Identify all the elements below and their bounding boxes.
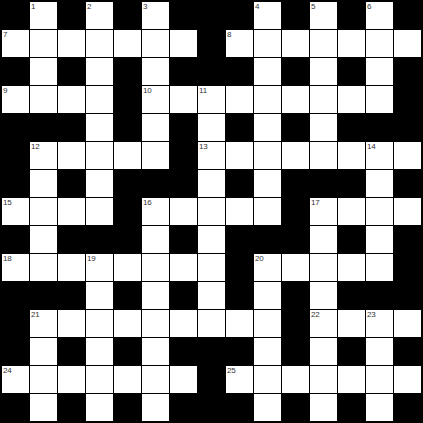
black-cell-r2-c6 — [170, 58, 197, 85]
black-cell-r10-c2 — [58, 282, 85, 309]
white-cell-r0-c13[interactable]: 6 — [366, 2, 393, 29]
white-cell-r13-c3[interactable] — [86, 366, 113, 393]
white-cell-r9-c13[interactable] — [366, 254, 393, 281]
black-cell-r12-c2 — [58, 338, 85, 365]
black-cell-r0-c10 — [282, 2, 309, 29]
white-cell-r9-c3[interactable]: 19 — [86, 254, 113, 281]
white-cell-r1-c6[interactable] — [170, 30, 197, 57]
white-cell-r2-c13[interactable] — [366, 58, 393, 85]
black-cell-r10-c1 — [30, 282, 57, 309]
white-cell-r1-c3[interactable] — [86, 30, 113, 57]
white-cell-r11-c13[interactable]: 23 — [366, 310, 393, 337]
black-cell-r6-c10 — [282, 170, 309, 197]
white-cell-r11-c2[interactable] — [58, 310, 85, 337]
white-cell-r7-c6[interactable] — [170, 198, 197, 225]
white-cell-r5-c11[interactable] — [310, 142, 337, 169]
white-cell-r5-c2[interactable] — [58, 142, 85, 169]
black-cell-r2-c7 — [198, 58, 225, 85]
black-cell-r4-c6 — [170, 114, 197, 141]
white-cell-r9-c0[interactable]: 18 — [2, 254, 29, 281]
black-cell-r8-c6 — [170, 226, 197, 253]
white-cell-r7-c12[interactable] — [338, 198, 365, 225]
black-cell-r0-c7 — [198, 2, 225, 29]
clue-number-21: 21 — [31, 310, 40, 319]
black-cell-r12-c0 — [2, 338, 29, 365]
white-cell-r8-c11[interactable] — [310, 226, 337, 253]
white-cell-r11-c1[interactable]: 21 — [30, 310, 57, 337]
clue-number-11: 11 — [199, 86, 207, 95]
black-cell-r8-c4 — [114, 226, 141, 253]
white-cell-r5-c13[interactable]: 14 — [366, 142, 393, 169]
black-cell-r8-c0 — [2, 226, 29, 253]
clue-number-7: 7 — [3, 30, 7, 39]
white-cell-r2-c11[interactable] — [310, 58, 337, 85]
white-cell-r0-c1[interactable]: 1 — [30, 2, 57, 29]
white-cell-r3-c8[interactable] — [226, 86, 253, 113]
white-cell-r1-c9[interactable] — [254, 30, 281, 57]
black-cell-r12-c6 — [170, 338, 197, 365]
white-cell-r1-c0[interactable]: 7 — [2, 30, 29, 57]
white-cell-r1-c2[interactable] — [58, 30, 85, 57]
black-cell-r6-c8 — [226, 170, 253, 197]
black-cell-r8-c2 — [58, 226, 85, 253]
white-cell-r14-c3[interactable] — [86, 394, 113, 421]
white-cell-r2-c9[interactable] — [254, 58, 281, 85]
white-cell-r7-c5[interactable]: 16 — [142, 198, 169, 225]
clue-number-17: 17 — [311, 198, 320, 207]
white-cell-r10-c9[interactable] — [254, 282, 281, 309]
clue-number-2: 2 — [87, 2, 91, 11]
white-cell-r11-c12[interactable] — [338, 310, 365, 337]
white-cell-r3-c0[interactable]: 9 — [2, 86, 29, 113]
white-cell-r0-c5[interactable]: 3 — [142, 2, 169, 29]
white-cell-r12-c11[interactable] — [310, 338, 337, 365]
black-cell-r5-c6 — [170, 142, 197, 169]
white-cell-r2-c3[interactable] — [86, 58, 113, 85]
black-cell-r4-c1 — [30, 114, 57, 141]
black-cell-r3-c4 — [114, 86, 141, 113]
white-cell-r7-c14[interactable] — [394, 198, 421, 225]
white-cell-r1-c14[interactable] — [394, 30, 421, 57]
white-cell-r7-c13[interactable] — [366, 198, 393, 225]
clue-number-13: 13 — [199, 142, 208, 151]
white-cell-r7-c9[interactable] — [254, 198, 281, 225]
white-cell-r13-c14[interactable] — [394, 366, 421, 393]
white-cell-r9-c4[interactable] — [114, 254, 141, 281]
black-cell-r14-c14 — [394, 394, 421, 421]
white-cell-r7-c3[interactable] — [86, 198, 113, 225]
black-cell-r6-c14 — [394, 170, 421, 197]
white-cell-r13-c10[interactable] — [282, 366, 309, 393]
white-cell-r10-c3[interactable] — [86, 282, 113, 309]
black-cell-r2-c12 — [338, 58, 365, 85]
white-cell-r9-c12[interactable] — [338, 254, 365, 281]
crossword-grid: 1234567891011121314151617181920212223242… — [0, 0, 423, 423]
clue-number-22: 22 — [311, 310, 320, 319]
white-cell-r13-c4[interactable] — [114, 366, 141, 393]
black-cell-r12-c7 — [198, 338, 225, 365]
black-cell-r11-c10 — [282, 310, 309, 337]
white-cell-r6-c9[interactable] — [254, 170, 281, 197]
white-cell-r13-c6[interactable] — [170, 366, 197, 393]
clue-number-6: 6 — [367, 2, 371, 11]
white-cell-r13-c1[interactable] — [30, 366, 57, 393]
black-cell-r11-c0 — [2, 310, 29, 337]
black-cell-r14-c6 — [170, 394, 197, 421]
white-cell-r3-c10[interactable] — [282, 86, 309, 113]
white-cell-r12-c3[interactable] — [86, 338, 113, 365]
white-cell-r14-c1[interactable] — [30, 394, 57, 421]
clue-number-10: 10 — [143, 86, 152, 95]
clue-number-1: 1 — [31, 2, 35, 11]
white-cell-r5-c3[interactable] — [86, 142, 113, 169]
clue-number-23: 23 — [367, 310, 376, 319]
black-cell-r14-c4 — [114, 394, 141, 421]
black-cell-r2-c10 — [282, 58, 309, 85]
white-cell-r1-c13[interactable] — [366, 30, 393, 57]
white-cell-r5-c4[interactable] — [114, 142, 141, 169]
white-cell-r0-c11[interactable]: 5 — [310, 2, 337, 29]
clue-number-14: 14 — [367, 142, 376, 151]
white-cell-r11-c4[interactable] — [114, 310, 141, 337]
white-cell-r6-c13[interactable] — [366, 170, 393, 197]
black-cell-r4-c12 — [338, 114, 365, 141]
white-cell-r7-c2[interactable] — [58, 198, 85, 225]
black-cell-r14-c12 — [338, 394, 365, 421]
black-cell-r14-c0 — [2, 394, 29, 421]
clue-number-19: 19 — [87, 254, 96, 263]
black-cell-r10-c13 — [366, 282, 393, 309]
white-cell-r13-c0[interactable]: 24 — [2, 366, 29, 393]
white-cell-r12-c5[interactable] — [142, 338, 169, 365]
white-cell-r11-c9[interactable] — [254, 310, 281, 337]
white-cell-r9-c1[interactable] — [30, 254, 57, 281]
black-cell-r14-c8 — [226, 394, 253, 421]
black-cell-r8-c9 — [254, 226, 281, 253]
black-cell-r7-c4 — [114, 198, 141, 225]
black-cell-r6-c11 — [310, 170, 337, 197]
white-cell-r5-c7[interactable]: 13 — [198, 142, 225, 169]
clue-number-24: 24 — [3, 366, 12, 375]
white-cell-r3-c3[interactable] — [86, 86, 113, 113]
black-cell-r6-c2 — [58, 170, 85, 197]
white-cell-r4-c9[interactable] — [254, 114, 281, 141]
clue-number-16: 16 — [143, 198, 152, 207]
black-cell-r0-c14 — [394, 2, 421, 29]
white-cell-r1-c5[interactable] — [142, 30, 169, 57]
white-cell-r10-c7[interactable] — [198, 282, 225, 309]
white-cell-r11-c8[interactable] — [226, 310, 253, 337]
white-cell-r4-c7[interactable] — [198, 114, 225, 141]
white-cell-r5-c1[interactable]: 12 — [30, 142, 57, 169]
clue-number-15: 15 — [3, 198, 12, 207]
white-cell-r3-c5[interactable]: 10 — [142, 86, 169, 113]
white-cell-r9-c10[interactable] — [282, 254, 309, 281]
white-cell-r14-c9[interactable] — [254, 394, 281, 421]
white-cell-r7-c11[interactable]: 17 — [310, 198, 337, 225]
white-cell-r7-c8[interactable] — [226, 198, 253, 225]
black-cell-r14-c10 — [282, 394, 309, 421]
black-cell-r0-c0 — [2, 2, 29, 29]
black-cell-r6-c4 — [114, 170, 141, 197]
black-cell-r12-c14 — [394, 338, 421, 365]
black-cell-r10-c14 — [394, 282, 421, 309]
white-cell-r9-c2[interactable] — [58, 254, 85, 281]
white-cell-r1-c10[interactable] — [282, 30, 309, 57]
black-cell-r4-c14 — [394, 114, 421, 141]
white-cell-r3-c11[interactable] — [310, 86, 337, 113]
black-cell-r0-c6 — [170, 2, 197, 29]
white-cell-r4-c11[interactable] — [310, 114, 337, 141]
white-cell-r2-c1[interactable] — [30, 58, 57, 85]
white-cell-r7-c1[interactable] — [30, 198, 57, 225]
black-cell-r10-c6 — [170, 282, 197, 309]
crossword-page: 1234567891011121314151617181920212223242… — [0, 0, 423, 423]
white-cell-r13-c5[interactable] — [142, 366, 169, 393]
white-cell-r3-c13[interactable] — [366, 86, 393, 113]
black-cell-r1-c7 — [198, 30, 225, 57]
white-cell-r5-c5[interactable] — [142, 142, 169, 169]
black-cell-r12-c12 — [338, 338, 365, 365]
white-cell-r13-c13[interactable] — [366, 366, 393, 393]
black-cell-r9-c8 — [226, 254, 253, 281]
white-cell-r10-c5[interactable] — [142, 282, 169, 309]
white-cell-r9-c11[interactable] — [310, 254, 337, 281]
clue-number-4: 4 — [255, 2, 259, 11]
clue-number-5: 5 — [311, 2, 315, 11]
white-cell-r12-c9[interactable] — [254, 338, 281, 365]
white-cell-r11-c11[interactable]: 22 — [310, 310, 337, 337]
white-cell-r11-c6[interactable] — [170, 310, 197, 337]
white-cell-r1-c8[interactable]: 8 — [226, 30, 253, 57]
white-cell-r3-c1[interactable] — [30, 86, 57, 113]
white-cell-r6-c1[interactable] — [30, 170, 57, 197]
clue-number-18: 18 — [3, 254, 12, 263]
white-cell-r13-c2[interactable] — [58, 366, 85, 393]
black-cell-r10-c10 — [282, 282, 309, 309]
black-cell-r6-c0 — [2, 170, 29, 197]
white-cell-r4-c5[interactable] — [142, 114, 169, 141]
white-cell-r8-c1[interactable] — [30, 226, 57, 253]
white-cell-r10-c11[interactable] — [310, 282, 337, 309]
white-cell-r14-c13[interactable] — [366, 394, 393, 421]
white-cell-r9-c7[interactable] — [198, 254, 225, 281]
white-cell-r3-c2[interactable] — [58, 86, 85, 113]
white-cell-r14-c5[interactable] — [142, 394, 169, 421]
white-cell-r13-c12[interactable] — [338, 366, 365, 393]
white-cell-r1-c1[interactable] — [30, 30, 57, 57]
black-cell-r0-c8 — [226, 2, 253, 29]
clue-number-12: 12 — [31, 142, 40, 151]
white-cell-r6-c3[interactable] — [86, 170, 113, 197]
white-cell-r2-c5[interactable] — [142, 58, 169, 85]
black-cell-r12-c8 — [226, 338, 253, 365]
black-cell-r8-c14 — [394, 226, 421, 253]
white-cell-r5-c12[interactable] — [338, 142, 365, 169]
clue-number-25: 25 — [227, 366, 236, 375]
white-cell-r0-c9[interactable]: 4 — [254, 2, 281, 29]
black-cell-r2-c14 — [394, 58, 421, 85]
black-cell-r10-c0 — [2, 282, 29, 309]
white-cell-r9-c5[interactable] — [142, 254, 169, 281]
white-cell-r3-c9[interactable] — [254, 86, 281, 113]
white-cell-r8-c7[interactable] — [198, 226, 225, 253]
white-cell-r4-c3[interactable] — [86, 114, 113, 141]
white-cell-r5-c10[interactable] — [282, 142, 309, 169]
black-cell-r10-c12 — [338, 282, 365, 309]
white-cell-r9-c6[interactable] — [170, 254, 197, 281]
black-cell-r4-c8 — [226, 114, 253, 141]
clue-number-3: 3 — [143, 2, 147, 11]
white-cell-r12-c1[interactable] — [30, 338, 57, 365]
clue-number-8: 8 — [227, 30, 231, 39]
white-cell-r5-c8[interactable] — [226, 142, 253, 169]
white-cell-r1-c11[interactable] — [310, 30, 337, 57]
black-cell-r0-c12 — [338, 2, 365, 29]
black-cell-r14-c2 — [58, 394, 85, 421]
black-cell-r8-c12 — [338, 226, 365, 253]
black-cell-r4-c0 — [2, 114, 29, 141]
black-cell-r5-c0 — [2, 142, 29, 169]
white-cell-r1-c12[interactable] — [338, 30, 365, 57]
black-cell-r12-c4 — [114, 338, 141, 365]
black-cell-r12-c10 — [282, 338, 309, 365]
black-cell-r0-c2 — [58, 2, 85, 29]
black-cell-r10-c4 — [114, 282, 141, 309]
black-cell-r2-c2 — [58, 58, 85, 85]
white-cell-r9-c9[interactable]: 20 — [254, 254, 281, 281]
black-cell-r6-c6 — [170, 170, 197, 197]
white-cell-r5-c9[interactable] — [254, 142, 281, 169]
black-cell-r9-c14 — [394, 254, 421, 281]
black-cell-r8-c10 — [282, 226, 309, 253]
white-cell-r11-c3[interactable] — [86, 310, 113, 337]
white-cell-r12-c13[interactable] — [366, 338, 393, 365]
clue-number-20: 20 — [255, 254, 264, 263]
white-cell-r3-c7[interactable]: 11 — [198, 86, 225, 113]
white-cell-r1-c4[interactable] — [114, 30, 141, 57]
black-cell-r4-c10 — [282, 114, 309, 141]
white-cell-r14-c11[interactable] — [310, 394, 337, 421]
white-cell-r11-c14[interactable] — [394, 310, 421, 337]
white-cell-r3-c12[interactable] — [338, 86, 365, 113]
white-cell-r7-c7[interactable] — [198, 198, 225, 225]
clue-number-9: 9 — [3, 86, 7, 95]
black-cell-r8-c8 — [226, 226, 253, 253]
black-cell-r7-c10 — [282, 198, 309, 225]
black-cell-r4-c2 — [58, 114, 85, 141]
white-cell-r13-c9[interactable] — [254, 366, 281, 393]
white-cell-r13-c11[interactable] — [310, 366, 337, 393]
white-cell-r0-c3[interactable]: 2 — [86, 2, 113, 29]
black-cell-r10-c8 — [226, 282, 253, 309]
black-cell-r6-c5 — [142, 170, 169, 197]
white-cell-r5-c14[interactable] — [394, 142, 421, 169]
white-cell-r11-c7[interactable] — [198, 310, 225, 337]
black-cell-r3-c14 — [394, 86, 421, 113]
white-cell-r7-c0[interactable]: 15 — [2, 198, 29, 225]
black-cell-r0-c4 — [114, 2, 141, 29]
black-cell-r4-c4 — [114, 114, 141, 141]
black-cell-r6-c12 — [338, 170, 365, 197]
white-cell-r8-c13[interactable] — [366, 226, 393, 253]
white-cell-r13-c8[interactable]: 25 — [226, 366, 253, 393]
white-cell-r8-c5[interactable] — [142, 226, 169, 253]
black-cell-r14-c7 — [198, 394, 225, 421]
black-cell-r4-c13 — [366, 114, 393, 141]
black-cell-r2-c0 — [2, 58, 29, 85]
white-cell-r6-c7[interactable] — [198, 170, 225, 197]
black-cell-r2-c8 — [226, 58, 253, 85]
white-cell-r11-c5[interactable] — [142, 310, 169, 337]
black-cell-r13-c7 — [198, 366, 225, 393]
black-cell-r2-c4 — [114, 58, 141, 85]
white-cell-r3-c6[interactable] — [170, 86, 197, 113]
black-cell-r8-c3 — [86, 226, 113, 253]
